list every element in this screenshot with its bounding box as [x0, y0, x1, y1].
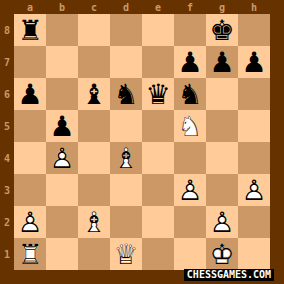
- square-e7[interactable]: [142, 46, 174, 78]
- file-label-e: e: [142, 0, 174, 14]
- square-h1[interactable]: [238, 238, 270, 270]
- piece-black-pawn: ♟: [238, 46, 270, 78]
- square-h4[interactable]: [238, 142, 270, 174]
- square-h2[interactable]: [238, 206, 270, 238]
- square-e6[interactable]: ♛: [142, 78, 174, 110]
- pawn-outline-icon: ♙: [14, 206, 46, 238]
- square-c1[interactable]: [78, 238, 110, 270]
- square-a8[interactable]: ♜: [14, 14, 46, 46]
- piece-black-pawn: ♟: [46, 110, 78, 142]
- piece-white-pawn: ♟♙: [46, 142, 78, 174]
- pawn-outline-icon: ♙: [46, 142, 78, 174]
- piece-black-knight: ♞: [110, 78, 142, 110]
- square-b8[interactable]: [46, 14, 78, 46]
- queen-outline-icon: ♕: [110, 238, 142, 270]
- knight-icon: ♞: [110, 78, 142, 110]
- piece-black-pawn: ♟: [14, 78, 46, 110]
- square-a3[interactable]: [14, 174, 46, 206]
- piece-black-pawn: ♟: [174, 46, 206, 78]
- bishop-outline-icon: ♗: [110, 142, 142, 174]
- rank-label-5: 5: [0, 110, 14, 142]
- bishop-icon: ♝: [78, 78, 110, 110]
- square-c2[interactable]: ♝♗: [78, 206, 110, 238]
- piece-white-knight: ♞♘: [174, 110, 206, 142]
- square-h7[interactable]: ♟: [238, 46, 270, 78]
- piece-white-bishop: ♝♗: [78, 206, 110, 238]
- square-f7[interactable]: ♟: [174, 46, 206, 78]
- pawn-icon: ♟: [206, 46, 238, 78]
- pawn-icon: ♟: [174, 46, 206, 78]
- piece-white-pawn: ♟♙: [14, 206, 46, 238]
- piece-black-rook: ♜: [14, 14, 46, 46]
- square-f3[interactable]: ♟♙: [174, 174, 206, 206]
- square-g7[interactable]: ♟: [206, 46, 238, 78]
- piece-black-pawn: ♟: [206, 46, 238, 78]
- square-d2[interactable]: [110, 206, 142, 238]
- square-a6[interactable]: ♟: [14, 78, 46, 110]
- square-e3[interactable]: [142, 174, 174, 206]
- chessgames-watermark: CHESSGAMES.COM: [184, 269, 274, 281]
- square-h3[interactable]: ♟♙: [238, 174, 270, 206]
- square-h5[interactable]: [238, 110, 270, 142]
- square-c6[interactable]: ♝: [78, 78, 110, 110]
- rank-label-2: 2: [0, 206, 14, 238]
- file-labels: abcdefgh: [14, 0, 270, 14]
- file-label-d: d: [110, 0, 142, 14]
- square-g4[interactable]: [206, 142, 238, 174]
- square-e5[interactable]: [142, 110, 174, 142]
- rank-label-6: 6: [0, 78, 14, 110]
- rook-icon: ♜: [14, 14, 46, 46]
- square-a7[interactable]: [14, 46, 46, 78]
- square-f1[interactable]: [174, 238, 206, 270]
- rank-label-3: 3: [0, 174, 14, 206]
- piece-white-pawn: ♟♙: [206, 206, 238, 238]
- king-icon: ♚: [206, 14, 238, 46]
- square-d5[interactable]: [110, 110, 142, 142]
- square-f4[interactable]: [174, 142, 206, 174]
- file-label-b: b: [46, 0, 78, 14]
- square-f5[interactable]: ♞♘: [174, 110, 206, 142]
- square-f8[interactable]: [174, 14, 206, 46]
- square-g8[interactable]: ♚: [206, 14, 238, 46]
- square-d4[interactable]: ♝♗: [110, 142, 142, 174]
- rank-label-7: 7: [0, 46, 14, 78]
- piece-white-pawn: ♟♙: [238, 174, 270, 206]
- rook-outline-icon: ♖: [14, 238, 46, 270]
- square-b4[interactable]: ♟♙: [46, 142, 78, 174]
- square-g3[interactable]: [206, 174, 238, 206]
- square-g1[interactable]: ♚♔: [206, 238, 238, 270]
- square-e1[interactable]: [142, 238, 174, 270]
- square-a4[interactable]: [14, 142, 46, 174]
- square-c7[interactable]: [78, 46, 110, 78]
- piece-black-knight: ♞: [174, 78, 206, 110]
- square-d1[interactable]: ♛♕: [110, 238, 142, 270]
- pawn-icon: ♟: [238, 46, 270, 78]
- square-a1[interactable]: ♜♖: [14, 238, 46, 270]
- rank-label-1: 1: [0, 238, 14, 270]
- square-g6[interactable]: [206, 78, 238, 110]
- square-b2[interactable]: [46, 206, 78, 238]
- file-label-g: g: [206, 0, 238, 14]
- king-outline-icon: ♔: [206, 238, 238, 270]
- board: ♜♚♟♟♟♟♝♞♛♞♟♞♘♟♙♝♗♟♙♟♙♟♙♝♗♟♙♜♖♛♕♚♔: [14, 14, 270, 270]
- square-d6[interactable]: ♞: [110, 78, 142, 110]
- piece-white-king: ♚♔: [206, 238, 238, 270]
- pawn-icon: ♟: [14, 78, 46, 110]
- knight-icon: ♞: [174, 78, 206, 110]
- rank-labels: 87654321: [0, 14, 14, 270]
- square-h6[interactable]: [238, 78, 270, 110]
- pawn-icon: ♟: [46, 110, 78, 142]
- chess-diagram: abcdefgh 87654321 ♜♚♟♟♟♟♝♞♛♞♟♞♘♟♙♝♗♟♙♟♙♟…: [0, 0, 284, 284]
- pawn-outline-icon: ♙: [206, 206, 238, 238]
- square-d7[interactable]: [110, 46, 142, 78]
- square-e8[interactable]: [142, 14, 174, 46]
- piece-black-king: ♚: [206, 14, 238, 46]
- square-b6[interactable]: [46, 78, 78, 110]
- square-f6[interactable]: ♞: [174, 78, 206, 110]
- square-a2[interactable]: ♟♙: [14, 206, 46, 238]
- knight-outline-icon: ♘: [174, 110, 206, 142]
- square-g2[interactable]: ♟♙: [206, 206, 238, 238]
- rank-label-8: 8: [0, 14, 14, 46]
- square-c3[interactable]: [78, 174, 110, 206]
- square-b3[interactable]: [46, 174, 78, 206]
- square-e4[interactable]: [142, 142, 174, 174]
- square-a5[interactable]: [14, 110, 46, 142]
- piece-white-rook: ♜♖: [14, 238, 46, 270]
- square-c4[interactable]: [78, 142, 110, 174]
- square-b1[interactable]: [46, 238, 78, 270]
- square-h8[interactable]: [238, 14, 270, 46]
- bishop-outline-icon: ♗: [78, 206, 110, 238]
- square-b5[interactable]: ♟: [46, 110, 78, 142]
- piece-black-bishop: ♝: [78, 78, 110, 110]
- piece-black-queen: ♛: [142, 78, 174, 110]
- square-c8[interactable]: [78, 14, 110, 46]
- pawn-outline-icon: ♙: [238, 174, 270, 206]
- queen-icon: ♛: [142, 78, 174, 110]
- square-b7[interactable]: [46, 46, 78, 78]
- rank-label-4: 4: [0, 142, 14, 174]
- piece-white-queen: ♛♕: [110, 238, 142, 270]
- file-label-a: a: [14, 0, 46, 14]
- pawn-outline-icon: ♙: [174, 174, 206, 206]
- square-c5[interactable]: [78, 110, 110, 142]
- square-d8[interactable]: [110, 14, 142, 46]
- piece-white-bishop: ♝♗: [110, 142, 142, 174]
- file-label-c: c: [78, 0, 110, 14]
- square-e2[interactable]: [142, 206, 174, 238]
- file-label-h: h: [238, 0, 270, 14]
- square-f2[interactable]: [174, 206, 206, 238]
- file-label-f: f: [174, 0, 206, 14]
- piece-white-pawn: ♟♙: [174, 174, 206, 206]
- square-d3[interactable]: [110, 174, 142, 206]
- square-g5[interactable]: [206, 110, 238, 142]
